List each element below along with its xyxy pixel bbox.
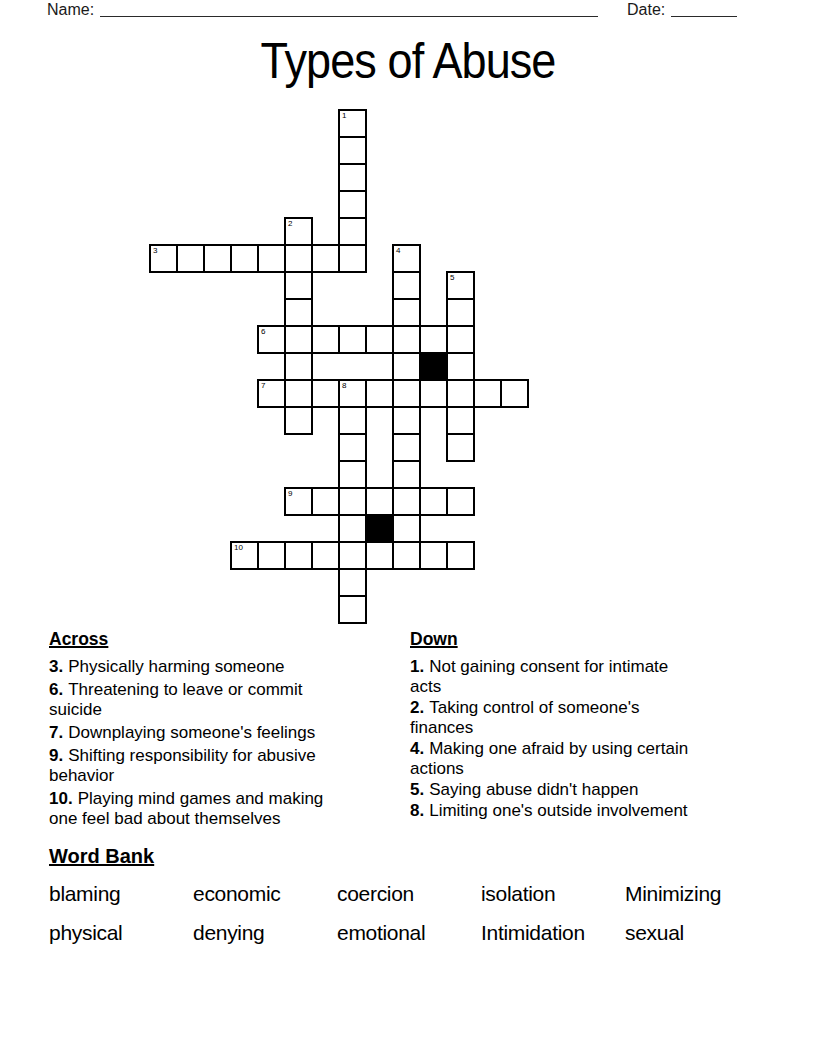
grid-cell[interactable] (257, 244, 286, 273)
grid-cell[interactable] (446, 379, 475, 408)
grid-cell[interactable] (473, 379, 502, 408)
word-bank-heading: Word Bank (49, 844, 769, 868)
grid-cell[interactable] (365, 379, 394, 408)
grid-cell[interactable]: 8 (338, 379, 367, 408)
grid-cell[interactable] (365, 541, 394, 570)
grid-cell[interactable]: 5 (446, 271, 475, 300)
grid-cell[interactable] (203, 244, 232, 273)
grid-cell[interactable] (176, 244, 205, 273)
grid-cell[interactable] (338, 136, 367, 165)
grid-cell[interactable] (284, 325, 313, 354)
clue-num: 8. (410, 801, 424, 820)
grid-cell[interactable] (284, 271, 313, 300)
word-bank-item: blaming (49, 881, 193, 907)
clue-text: Physically harming someone (68, 657, 284, 676)
grid-cell[interactable] (311, 541, 340, 570)
grid-cell[interactable]: 1 (338, 109, 367, 138)
clue-number: 2 (288, 219, 292, 228)
grid-cell[interactable] (284, 379, 313, 408)
grid-cell[interactable] (284, 541, 313, 570)
grid-cell[interactable]: 9 (284, 487, 313, 516)
grid-cell[interactable] (392, 352, 421, 381)
clue-number: 7 (261, 381, 265, 390)
worksheet-title: Types of Abuse (260, 32, 555, 90)
grid-cell[interactable] (446, 352, 475, 381)
grid-cell[interactable] (392, 271, 421, 300)
grid-cell[interactable]: 7 (257, 379, 286, 408)
grid-cell[interactable] (338, 190, 367, 219)
clue-down-5: 5.Saying abuse didn't happen (410, 780, 776, 800)
clue-number: 10 (234, 543, 243, 552)
clue-num: 5. (410, 780, 424, 799)
grid-cell[interactable] (311, 325, 340, 354)
grid-cell[interactable]: 4 (392, 244, 421, 273)
grid-cell[interactable] (392, 406, 421, 435)
clue-number: 8 (342, 381, 346, 390)
word-bank-item: Minimizing (625, 881, 769, 907)
grid-cell[interactable] (365, 487, 394, 516)
grid-cell[interactable] (338, 595, 367, 624)
grid-cell[interactable] (284, 244, 313, 273)
grid-cell[interactable] (338, 163, 367, 192)
title-wrap: Types of Abuse (0, 32, 816, 90)
black-cell (365, 514, 394, 543)
clue-number: 5 (450, 273, 454, 282)
clue-number: 4 (396, 246, 400, 255)
word-bank-item: physical (49, 920, 193, 946)
grid-cell[interactable] (446, 433, 475, 462)
grid-cell[interactable] (419, 325, 448, 354)
clue-across-9: 9.Shifting responsibility for abusive be… (49, 746, 405, 786)
clue-text: Limiting one's outside involvement (429, 801, 687, 820)
down-clue-list: 1.Not gaining consent for intimate acts2… (410, 657, 776, 821)
word-bank-item: Intimidation (481, 920, 625, 946)
grid-cell[interactable] (446, 298, 475, 327)
grid-cell[interactable] (284, 298, 313, 327)
clue-text: Playing mind games and making one feel b… (49, 789, 323, 828)
grid-cell[interactable] (392, 460, 421, 489)
word-bank-rows: blamingeconomiccoercionisolationMinimizi… (49, 881, 769, 946)
clue-text: Threatening to leave or commit suicide (49, 680, 303, 719)
grid-cell[interactable] (338, 568, 367, 597)
word-bank-row: blamingeconomiccoercionisolationMinimizi… (49, 881, 769, 907)
name-label: Name: (47, 1, 94, 19)
clue-num: 10. (49, 789, 73, 808)
clue-num: 4. (410, 739, 424, 758)
grid-cell[interactable] (392, 379, 421, 408)
clue-number: 3 (153, 246, 157, 255)
grid-cell[interactable] (338, 541, 367, 570)
clue-across-7: 7.Downplaying someone's feelings (49, 723, 405, 743)
grid-cell[interactable] (338, 217, 367, 246)
grid-cell[interactable] (230, 244, 259, 273)
clue-across-3: 3.Physically harming someone (49, 657, 405, 677)
across-clues-section: Across 3.Physically harming someone6.Thr… (49, 629, 405, 832)
grid-cell[interactable] (338, 487, 367, 516)
clue-number: 1 (342, 111, 346, 120)
word-bank-item: isolation (481, 881, 625, 907)
grid-cell[interactable] (311, 487, 340, 516)
grid-cell[interactable] (392, 514, 421, 543)
word-bank-row: physicaldenyingemotionalIntimidationsexu… (49, 920, 769, 946)
word-bank-item: emotional (337, 920, 481, 946)
clue-text: Saying abuse didn't happen (429, 780, 638, 799)
grid-cell[interactable] (338, 406, 367, 435)
clue-across-6: 6.Threatening to leave or commit suicide (49, 680, 405, 720)
grid-cell[interactable] (338, 514, 367, 543)
down-clues-section: Down 1.Not gaining consent for intimate … (410, 629, 776, 822)
word-bank-item: denying (193, 920, 337, 946)
grid-cell[interactable] (257, 541, 286, 570)
grid-cell[interactable] (500, 379, 529, 408)
clue-down-1: 1.Not gaining consent for intimate acts (410, 657, 776, 697)
clue-down-8: 8.Limiting one's outside involvement (410, 801, 776, 821)
clue-number: 6 (261, 327, 265, 336)
grid-cell[interactable]: 10 (230, 541, 259, 570)
grid-cell[interactable] (446, 406, 475, 435)
grid-cell[interactable] (284, 406, 313, 435)
grid-cell[interactable] (311, 379, 340, 408)
grid-cell[interactable] (392, 541, 421, 570)
clue-num: 6. (49, 680, 63, 699)
word-bank-item: economic (193, 881, 337, 907)
grid-cell[interactable] (446, 325, 475, 354)
name-blank-line (100, 16, 598, 17)
word-bank-section: Word Bank blamingeconomiccoercionisolati… (49, 844, 769, 946)
word-bank-item: sexual (625, 920, 769, 946)
clue-text: Downplaying someone's feelings (68, 723, 315, 742)
clue-text: Taking control of someone's finances (410, 698, 639, 737)
grid-cell[interactable]: 2 (284, 217, 313, 246)
grid-cell[interactable]: 3 (149, 244, 178, 273)
clue-num: 7. (49, 723, 63, 742)
grid-cell[interactable]: 6 (257, 325, 286, 354)
grid-cell[interactable] (392, 325, 421, 354)
clue-num: 2. (410, 698, 424, 717)
date-label: Date: (627, 1, 665, 19)
grid-cell[interactable] (338, 460, 367, 489)
down-heading: Down (410, 629, 776, 650)
grid-cell[interactable] (392, 487, 421, 516)
grid-cell[interactable] (446, 487, 475, 516)
grid-cell[interactable] (284, 352, 313, 381)
grid-cell[interactable] (392, 298, 421, 327)
clue-num: 9. (49, 746, 63, 765)
grid-cell[interactable] (419, 487, 448, 516)
grid-cell[interactable] (419, 379, 448, 408)
clue-num: 1. (410, 657, 424, 676)
grid-cell[interactable] (338, 325, 367, 354)
across-heading: Across (49, 629, 405, 650)
clue-across-10: 10.Playing mind games and making one fee… (49, 789, 405, 829)
grid-cell[interactable] (392, 433, 421, 462)
crossword-board: 12345678910 (150, 110, 528, 623)
word-bank-item: coercion (337, 881, 481, 907)
clue-num: 3. (49, 657, 63, 676)
grid-cell[interactable] (338, 433, 367, 462)
clue-text: Shifting responsibility for abusive beha… (49, 746, 316, 785)
clue-number: 9 (288, 489, 292, 498)
grid-cell[interactable] (446, 541, 475, 570)
grid-cell[interactable] (419, 541, 448, 570)
date-blank-line (671, 16, 737, 17)
grid-cell[interactable] (311, 244, 340, 273)
across-clue-list: 3.Physically harming someone6.Threatenin… (49, 657, 405, 829)
clue-text: Making one afraid by using certain actio… (410, 739, 688, 778)
black-cell (419, 352, 448, 381)
grid-cell[interactable] (338, 244, 367, 273)
clue-text: Not gaining consent for intimate acts (410, 657, 668, 696)
clue-down-4: 4.Making one afraid by using certain act… (410, 739, 776, 779)
grid-cell[interactable] (365, 325, 394, 354)
clue-down-2: 2.Taking control of someone's finances (410, 698, 776, 738)
